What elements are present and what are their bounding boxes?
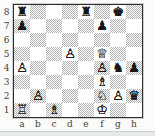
file-label-c: c xyxy=(46,119,62,130)
file-label-e: e xyxy=(78,119,94,130)
square-c2 xyxy=(46,89,62,103)
square-h1 xyxy=(126,103,142,117)
square-a5 xyxy=(14,47,30,61)
square-f4: ♙ xyxy=(94,61,110,75)
square-f1: ♔ xyxy=(94,103,110,117)
square-e3 xyxy=(78,75,94,89)
square-b6 xyxy=(30,33,46,47)
square-h6 xyxy=(126,33,142,47)
file-label-h: h xyxy=(126,119,142,130)
white-pawn-b2: ♙ xyxy=(32,89,44,103)
square-h4: ♟ xyxy=(126,61,142,75)
black-pawn-a7: ♟ xyxy=(16,19,28,33)
square-a3 xyxy=(14,75,30,89)
black-pawn-h4: ♟ xyxy=(128,61,140,75)
rank-label-3: 3 xyxy=(0,75,13,89)
file-label-b: b xyxy=(30,119,46,130)
rank-labels: 87654321 xyxy=(0,4,13,118)
square-d6 xyxy=(62,33,78,47)
square-g4: ♞ xyxy=(110,61,126,75)
square-h8 xyxy=(126,5,142,19)
square-b1 xyxy=(30,103,46,117)
square-h3 xyxy=(126,75,142,89)
square-c8 xyxy=(46,5,62,19)
square-f7: ♟ xyxy=(94,19,110,33)
rank-label-1: 1 xyxy=(0,103,13,117)
square-c7 xyxy=(46,19,62,33)
square-d1 xyxy=(62,103,78,117)
square-g2: ♙ xyxy=(110,89,126,103)
white-king-f1: ♔ xyxy=(96,103,108,117)
white-pawn-d5: ♙ xyxy=(64,47,76,61)
square-a8: ♜ xyxy=(14,5,30,19)
square-b3 xyxy=(30,75,46,89)
square-d4 xyxy=(62,61,78,75)
square-c5 xyxy=(46,47,62,61)
square-b2: ♙ xyxy=(30,89,46,103)
white-pawn-f4: ♙ xyxy=(96,61,108,75)
square-h5 xyxy=(126,47,142,61)
file-labels: abcdefgh xyxy=(14,119,143,130)
black-pawn-f7: ♟ xyxy=(96,19,108,33)
white-pawn-g2: ♙ xyxy=(112,89,124,103)
square-a7: ♟ xyxy=(14,19,30,33)
square-d5: ♙ xyxy=(62,47,78,61)
square-e2 xyxy=(78,89,94,103)
chess-diagram: 87654321 ♜♜♚♟♟♙♕♙♙♞♟♗♙♘♙♛♖♗♔ abcdefgh xyxy=(0,4,143,130)
file-label-d: d xyxy=(62,119,78,130)
square-b7 xyxy=(30,19,46,33)
square-c4 xyxy=(46,61,62,75)
white-bishop-c1: ♗ xyxy=(48,103,60,117)
file-label-f: f xyxy=(94,119,110,130)
square-g3 xyxy=(110,75,126,89)
square-b4 xyxy=(30,61,46,75)
page-bottom-rule xyxy=(0,131,155,136)
square-a1: ♖ xyxy=(14,103,30,117)
square-d2 xyxy=(62,89,78,103)
black-rook-a8: ♜ xyxy=(16,5,28,19)
file-label-g: g xyxy=(110,119,126,130)
rank-label-4: 4 xyxy=(0,61,13,75)
square-g7 xyxy=(110,19,126,33)
square-c1: ♗ xyxy=(46,103,62,117)
white-queen-f5: ♕ xyxy=(96,47,108,61)
square-g1 xyxy=(110,103,126,117)
chess-board: ♜♜♚♟♟♙♕♙♙♞♟♗♙♘♙♛♖♗♔ xyxy=(13,4,143,118)
square-e5 xyxy=(78,47,94,61)
square-d8 xyxy=(62,5,78,19)
square-f3: ♗ xyxy=(94,75,110,89)
square-e4 xyxy=(78,61,94,75)
square-f8 xyxy=(94,5,110,19)
file-label-a: a xyxy=(14,119,30,130)
black-king-g8: ♚ xyxy=(112,5,124,19)
rank-label-6: 6 xyxy=(0,33,13,47)
rank-label-8: 8 xyxy=(0,5,13,19)
square-a2 xyxy=(14,89,30,103)
square-e8: ♜ xyxy=(78,5,94,19)
square-e1 xyxy=(78,103,94,117)
square-a4: ♙ xyxy=(14,61,30,75)
square-h7 xyxy=(126,19,142,33)
square-d3 xyxy=(62,75,78,89)
white-rook-a1: ♖ xyxy=(16,103,28,117)
square-f6 xyxy=(94,33,110,47)
square-b5 xyxy=(30,47,46,61)
square-g8: ♚ xyxy=(110,5,126,19)
square-g6 xyxy=(110,33,126,47)
square-f2: ♘ xyxy=(94,89,110,103)
rank-label-2: 2 xyxy=(0,89,13,103)
square-e6 xyxy=(78,33,94,47)
square-a6 xyxy=(14,33,30,47)
white-bishop-f3: ♗ xyxy=(96,75,108,89)
white-pawn-a4: ♙ xyxy=(16,61,28,75)
black-rook-e8: ♜ xyxy=(80,5,92,19)
rank-label-7: 7 xyxy=(0,19,13,33)
square-e7 xyxy=(78,19,94,33)
square-b8 xyxy=(30,5,46,19)
black-knight-g4: ♞ xyxy=(112,61,124,75)
white-knight-f2: ♘ xyxy=(96,89,108,103)
square-h2: ♛ xyxy=(126,89,142,103)
black-queen-h2: ♛ xyxy=(128,89,140,103)
square-c6 xyxy=(46,33,62,47)
square-f5: ♕ xyxy=(94,47,110,61)
square-d7 xyxy=(62,19,78,33)
square-c3 xyxy=(46,75,62,89)
square-g5 xyxy=(110,47,126,61)
rank-label-5: 5 xyxy=(0,47,13,61)
